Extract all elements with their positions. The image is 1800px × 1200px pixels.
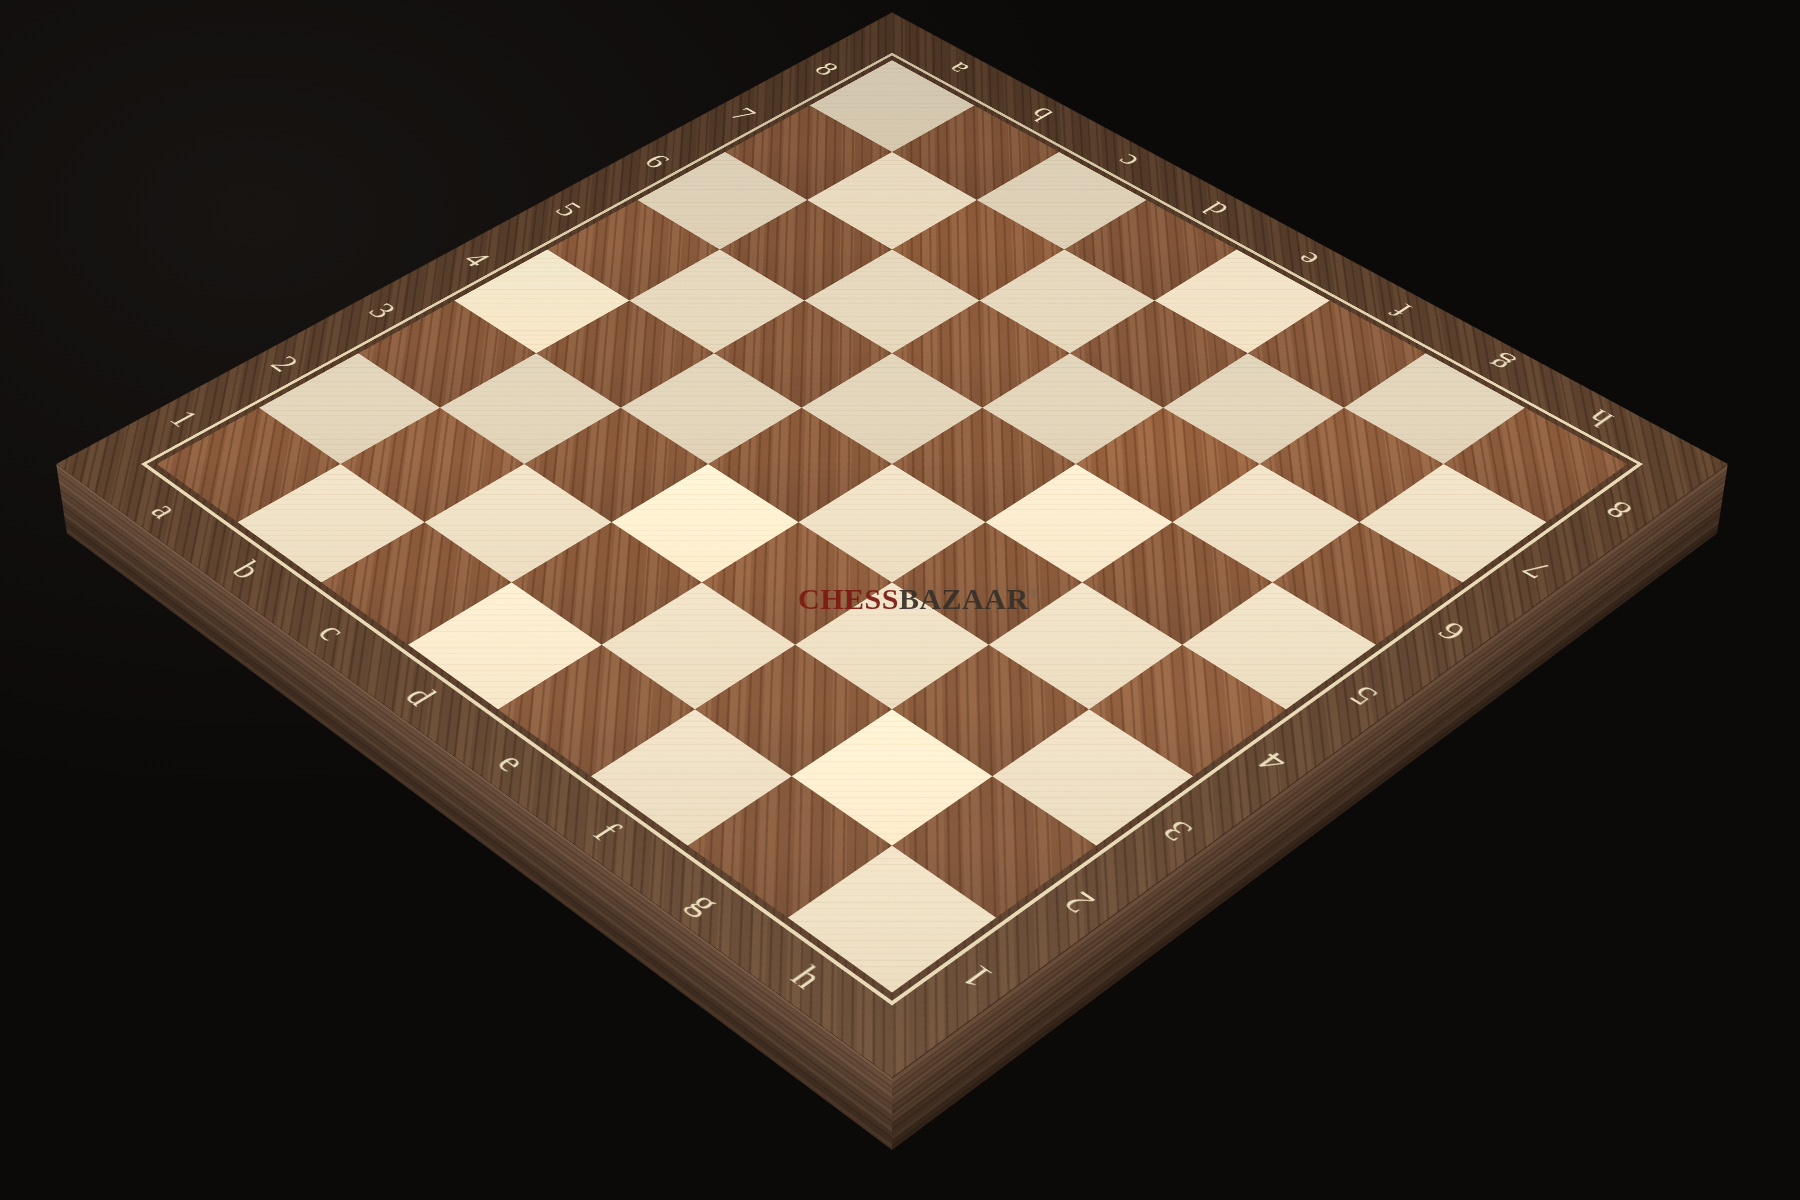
square-e4: [799, 464, 986, 582]
watermark-chessbazaar: CHESSBAZAAR®: [798, 582, 1039, 616]
square-d3: [612, 464, 799, 582]
square-e1: [498, 645, 695, 776]
square-h5: [1182, 582, 1376, 709]
square-f5: [985, 464, 1172, 582]
square-f1: [591, 709, 792, 845]
square-h7: [1359, 464, 1546, 582]
square-h3: [992, 709, 1193, 845]
square-h1: [788, 846, 996, 993]
square-g5: [1082, 522, 1272, 645]
registered-mark-icon: ®: [1030, 587, 1040, 601]
square-d2: [512, 522, 702, 645]
square-e2: [602, 582, 796, 709]
square-c2: [425, 464, 612, 582]
photo-background: aa11bb22cc33dd44ee55ff66gg77hh88 CHESSBA…: [0, 0, 1800, 1200]
square-g1: [688, 776, 892, 917]
square-g6: [1172, 464, 1359, 582]
square-c1: [321, 522, 511, 645]
watermark-chess: CHESS: [798, 582, 899, 615]
square-b1: [238, 464, 425, 582]
square-h2: [892, 776, 1096, 917]
square-h4: [1089, 645, 1286, 776]
board-field: [157, 60, 1628, 992]
square-d1: [408, 582, 602, 709]
frame-pinstripe: [141, 53, 1643, 1006]
square-h6: [1272, 522, 1462, 645]
square-g3: [892, 645, 1089, 776]
square-f2: [695, 645, 892, 776]
watermark-bazaar: BAZAAR: [899, 582, 1029, 615]
board-frame: [56, 12, 1728, 1077]
chess-board: aa11bb22cc33dd44ee55ff66gg77hh88: [56, 12, 1728, 1077]
square-g2: [792, 709, 993, 845]
board-scene: aa11bb22cc33dd44ee55ff66gg77hh88: [301, 0, 1483, 1055]
